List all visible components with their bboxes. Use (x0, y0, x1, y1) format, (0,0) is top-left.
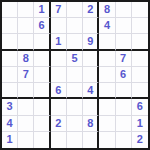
sudoku-empty-cell-r4c4[interactable] (51, 51, 67, 67)
sudoku-empty-cell-r3c9[interactable] (132, 34, 148, 50)
sudoku-empty-cell-r7c3[interactable] (34, 99, 50, 115)
sudoku-given-cell-r9c1: 1 (2, 132, 18, 148)
sudoku-empty-cell-r4c6[interactable] (83, 51, 99, 67)
sudoku-empty-cell-r2c8[interactable] (116, 18, 132, 34)
sudoku-given-cell-r3c6: 9 (83, 34, 99, 50)
sudoku-board: 17286419857766436428112 (0, 0, 150, 150)
sudoku-empty-cell-r2c6[interactable] (83, 18, 99, 34)
sudoku-empty-cell-r5c5[interactable] (67, 67, 83, 83)
sudoku-empty-cell-r5c6[interactable] (83, 67, 99, 83)
sudoku-empty-cell-r5c9[interactable] (132, 67, 148, 83)
sudoku-given-cell-r4c8: 7 (116, 51, 132, 67)
sudoku-empty-cell-r1c9[interactable] (132, 2, 148, 18)
sudoku-empty-cell-r7c7[interactable] (99, 99, 115, 115)
sudoku-given-cell-r2c3: 6 (34, 18, 50, 34)
sudoku-empty-cell-r6c3[interactable] (34, 83, 50, 99)
sudoku-given-cell-r1c4: 7 (51, 2, 67, 18)
sudoku-empty-cell-r8c8[interactable] (116, 116, 132, 132)
sudoku-empty-cell-r8c2[interactable] (18, 116, 34, 132)
sudoku-empty-cell-r2c1[interactable] (2, 18, 18, 34)
sudoku-empty-cell-r2c4[interactable] (51, 18, 67, 34)
sudoku-empty-cell-r3c5[interactable] (67, 34, 83, 50)
sudoku-empty-cell-r2c9[interactable] (132, 18, 148, 34)
sudoku-empty-cell-r9c6[interactable] (83, 132, 99, 148)
sudoku-empty-cell-r6c5[interactable] (67, 83, 83, 99)
sudoku-empty-cell-r5c1[interactable] (2, 67, 18, 83)
sudoku-empty-cell-r3c1[interactable] (2, 34, 18, 50)
sudoku-given-cell-r5c2: 7 (18, 67, 34, 83)
sudoku-given-cell-r4c5: 5 (67, 51, 83, 67)
sudoku-empty-cell-r3c3[interactable] (34, 34, 50, 50)
sudoku-empty-cell-r3c8[interactable] (116, 34, 132, 50)
sudoku-given-cell-r8c6: 8 (83, 116, 99, 132)
sudoku-given-cell-r1c6: 2 (83, 2, 99, 18)
sudoku-empty-cell-r9c4[interactable] (51, 132, 67, 148)
sudoku-empty-cell-r4c7[interactable] (99, 51, 115, 67)
sudoku-empty-cell-r1c2[interactable] (18, 2, 34, 18)
sudoku-given-cell-r2c7: 4 (99, 18, 115, 34)
sudoku-empty-cell-r8c7[interactable] (99, 116, 115, 132)
sudoku-empty-cell-r7c2[interactable] (18, 99, 34, 115)
sudoku-empty-cell-r4c3[interactable] (34, 51, 50, 67)
sudoku-empty-cell-r1c5[interactable] (67, 2, 83, 18)
sudoku-given-cell-r6c4: 6 (51, 83, 67, 99)
sudoku-given-cell-r7c1: 3 (2, 99, 18, 115)
sudoku-empty-cell-r9c7[interactable] (99, 132, 115, 148)
sudoku-empty-cell-r6c2[interactable] (18, 83, 34, 99)
sudoku-empty-cell-r7c4[interactable] (51, 99, 67, 115)
sudoku-empty-cell-r2c2[interactable] (18, 18, 34, 34)
sudoku-given-cell-r7c9: 6 (132, 99, 148, 115)
sudoku-empty-cell-r3c2[interactable] (18, 34, 34, 50)
sudoku-empty-cell-r6c8[interactable] (116, 83, 132, 99)
sudoku-empty-cell-r8c3[interactable] (34, 116, 50, 132)
sudoku-empty-cell-r9c2[interactable] (18, 132, 34, 148)
sudoku-given-cell-r8c9: 1 (132, 116, 148, 132)
sudoku-empty-cell-r9c8[interactable] (116, 132, 132, 148)
sudoku-empty-cell-r9c3[interactable] (34, 132, 50, 148)
sudoku-empty-cell-r6c1[interactable] (2, 83, 18, 99)
sudoku-empty-cell-r6c9[interactable] (132, 83, 148, 99)
sudoku-empty-cell-r1c8[interactable] (116, 2, 132, 18)
sudoku-given-cell-r5c8: 6 (116, 67, 132, 83)
sudoku-empty-cell-r4c1[interactable] (2, 51, 18, 67)
sudoku-given-cell-r1c3: 1 (34, 2, 50, 18)
sudoku-empty-cell-r5c3[interactable] (34, 67, 50, 83)
sudoku-given-cell-r4c2: 8 (18, 51, 34, 67)
sudoku-given-cell-r8c1: 4 (2, 116, 18, 132)
sudoku-empty-cell-r9c5[interactable] (67, 132, 83, 148)
sudoku-empty-cell-r6c7[interactable] (99, 83, 115, 99)
sudoku-empty-cell-r1c1[interactable] (2, 2, 18, 18)
sudoku-empty-cell-r7c8[interactable] (116, 99, 132, 115)
sudoku-empty-cell-r3c7[interactable] (99, 34, 115, 50)
sudoku-empty-cell-r5c7[interactable] (99, 67, 115, 83)
sudoku-given-cell-r3c4: 1 (51, 34, 67, 50)
sudoku-empty-cell-r2c5[interactable] (67, 18, 83, 34)
sudoku-empty-cell-r4c9[interactable] (132, 51, 148, 67)
sudoku-empty-cell-r7c6[interactable] (83, 99, 99, 115)
sudoku-given-cell-r1c7: 8 (99, 2, 115, 18)
sudoku-given-cell-r8c4: 2 (51, 116, 67, 132)
sudoku-empty-cell-r7c5[interactable] (67, 99, 83, 115)
sudoku-empty-cell-r5c4[interactable] (51, 67, 67, 83)
sudoku-given-cell-r9c9: 2 (132, 132, 148, 148)
sudoku-empty-cell-r8c5[interactable] (67, 116, 83, 132)
sudoku-given-cell-r6c6: 4 (83, 83, 99, 99)
